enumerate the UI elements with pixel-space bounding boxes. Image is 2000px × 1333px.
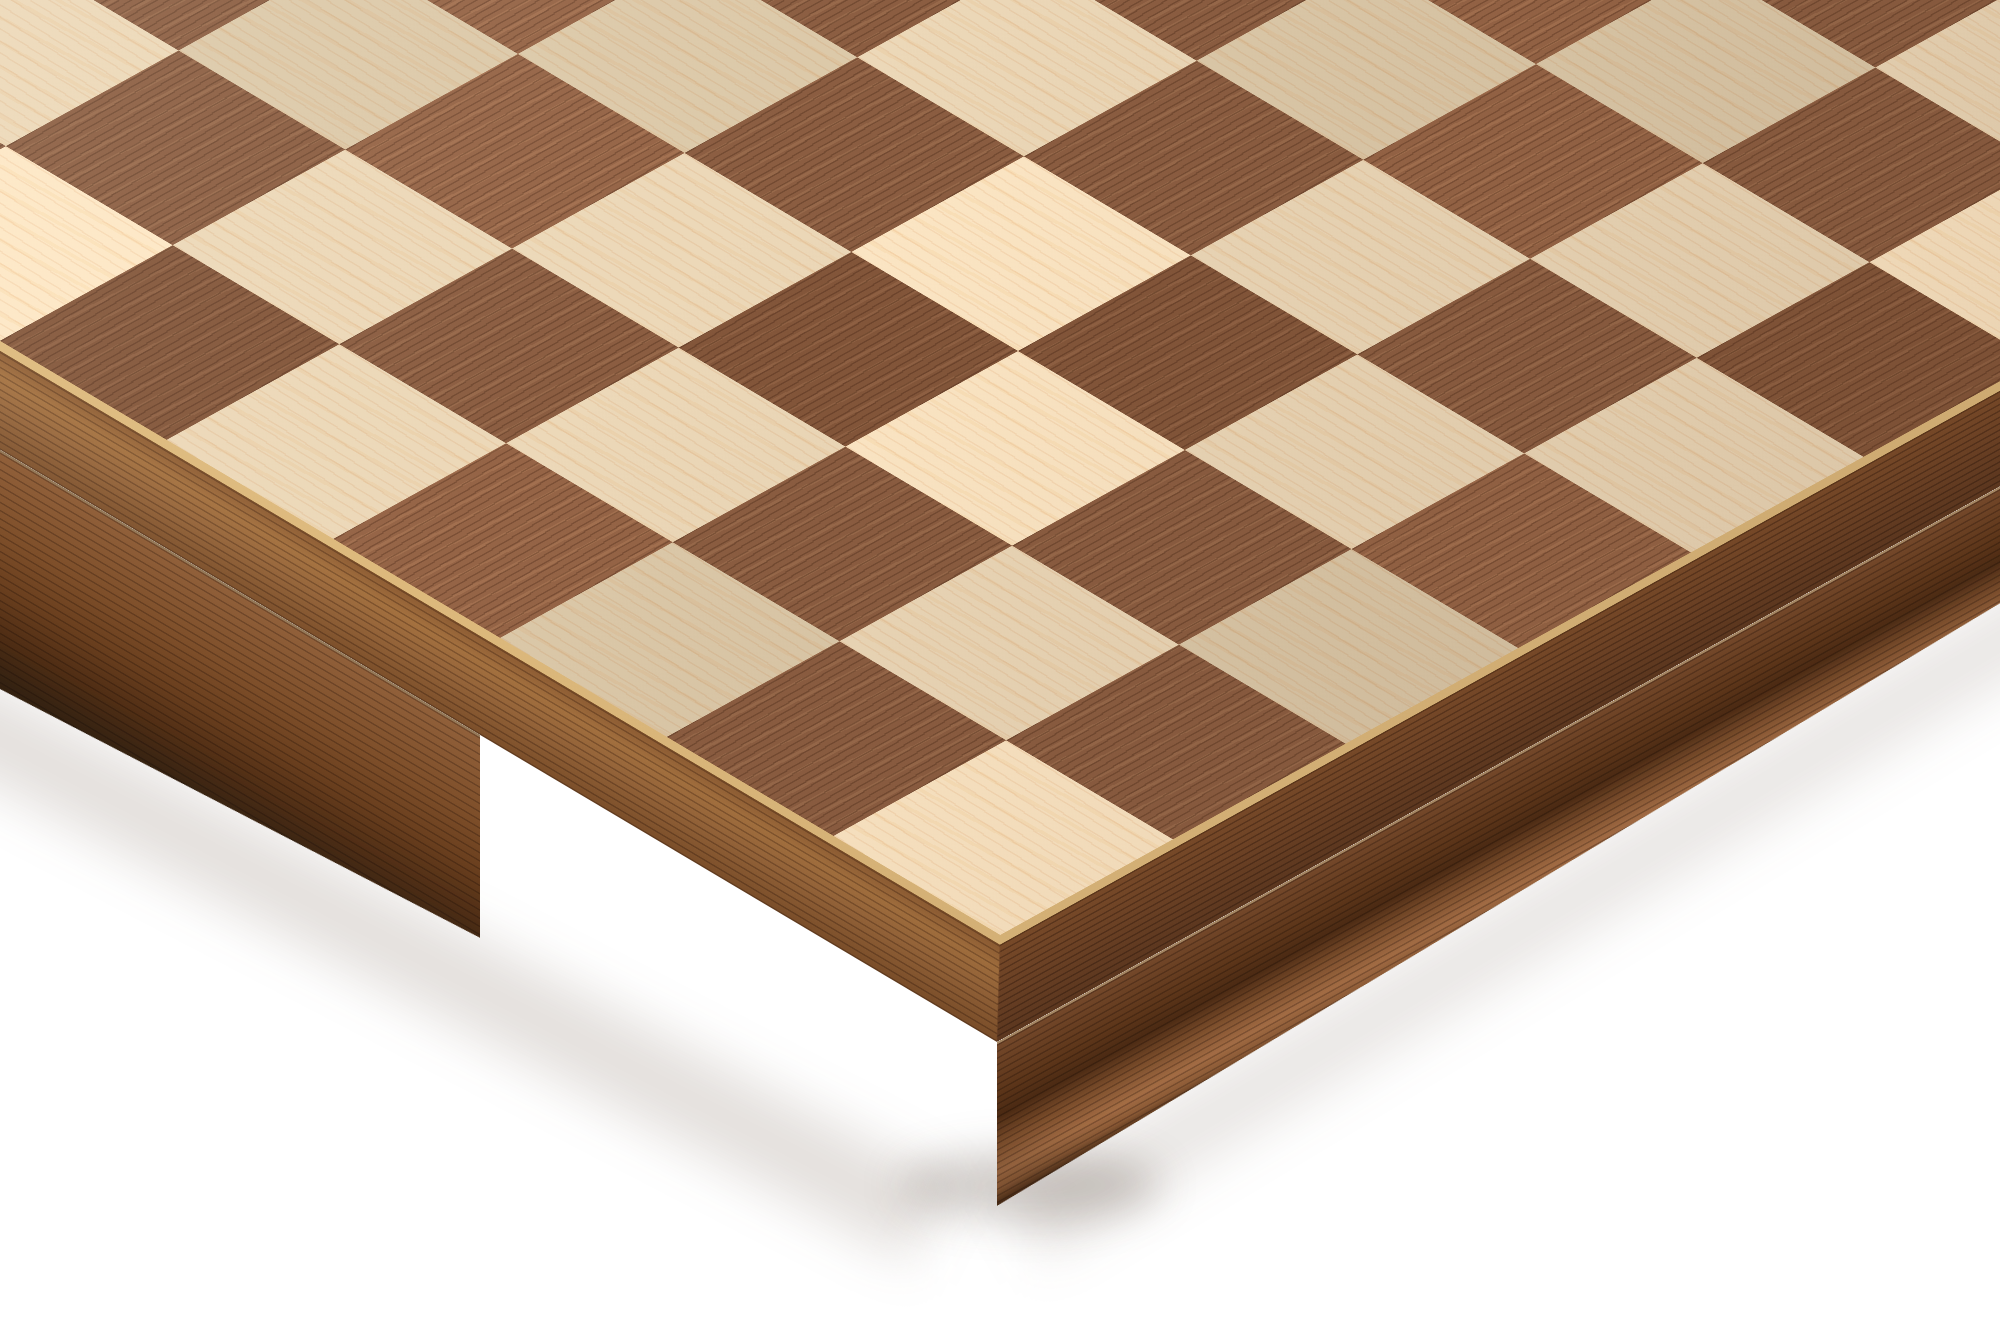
board-top-surface <box>0 0 2000 1042</box>
square-r7c3 <box>1351 453 1690 648</box>
square-r0c1 <box>0 0 179 146</box>
chessboard <box>0 0 2000 1042</box>
square-r2c3 <box>518 0 857 153</box>
frame-near-left <box>0 93 1083 1042</box>
square-r1c0 <box>0 146 173 341</box>
frame-near-right <box>914 122 2000 1042</box>
square-r4c6 <box>1369 0 1708 64</box>
square-r6c4 <box>1357 259 1696 454</box>
square-r6c5 <box>1530 163 1869 358</box>
square-r2c0 <box>0 245 339 440</box>
square-r6c0 <box>667 641 1006 836</box>
square-r3c1 <box>339 249 678 444</box>
square-r5c7 <box>1709 0 2000 68</box>
boxwood-inlay-strip <box>0 0 2000 945</box>
square-r0c0 <box>0 47 6 242</box>
square-r7c4 <box>1524 358 1863 553</box>
board-grid <box>0 0 2000 935</box>
square-r7c2 <box>1179 549 1518 744</box>
chessboard-scene <box>0 0 2000 1333</box>
square-r6c3 <box>1185 354 1524 549</box>
square-r0c2 <box>12 0 351 51</box>
frame-far-left <box>0 0 1134 190</box>
square-r5c1 <box>673 447 1012 642</box>
square-r3c2 <box>512 153 851 348</box>
cast-shadow-left <box>0 408 950 1262</box>
square-r7c1 <box>1006 645 1345 840</box>
square-r6c6 <box>1703 68 2000 263</box>
page-background <box>0 0 2000 1333</box>
square-r1c2 <box>179 0 518 150</box>
frame-far-right <box>965 0 2000 220</box>
square-r3c4 <box>857 0 1196 156</box>
square-r5c3 <box>1018 255 1357 450</box>
square-r7c6 <box>1869 167 2000 362</box>
square-r3c0 <box>167 344 506 539</box>
square-r2c2 <box>345 54 684 249</box>
square-r2c4 <box>691 0 1030 57</box>
square-r5c0 <box>500 542 839 737</box>
square-r4c2 <box>679 252 1018 447</box>
square-r4c0 <box>333 443 672 638</box>
square-r7c0 <box>834 740 1173 935</box>
side-face-near-left <box>0 141 997 1321</box>
square-r1c3 <box>351 0 690 54</box>
square-r6c2 <box>1012 450 1351 645</box>
square-r5c6 <box>1536 0 1875 163</box>
square-r4c4 <box>1024 61 1363 256</box>
square-r7c5 <box>1697 262 2000 457</box>
square-r2c1 <box>173 150 512 345</box>
square-r4c1 <box>506 348 845 543</box>
square-r4c3 <box>851 156 1190 351</box>
square-r1c1 <box>6 51 345 246</box>
side-face-near-right <box>997 172 2000 1206</box>
square-r6c7 <box>1875 0 2000 167</box>
square-r6c1 <box>839 546 1178 741</box>
square-r3c5 <box>1030 0 1369 61</box>
cast-shadow-right <box>1005 351 2000 1259</box>
square-r4c5 <box>1197 0 1536 160</box>
square-r5c4 <box>1191 160 1530 355</box>
square-r3c3 <box>685 57 1024 252</box>
cast-shadow-corner <box>900 1150 1160 1220</box>
square-r5c2 <box>845 351 1184 546</box>
square-r5c5 <box>1363 64 1702 259</box>
